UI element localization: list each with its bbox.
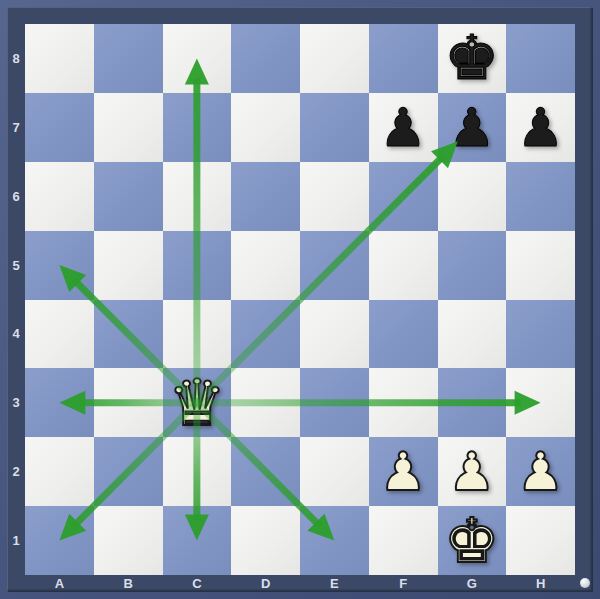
chess-diagram: ♚♟♟♟♛♟♟♟♚ 87654321 ABCDEFGH bbox=[0, 0, 600, 599]
square-d7[interactable] bbox=[231, 93, 300, 162]
square-c8[interactable] bbox=[163, 24, 232, 93]
square-e3[interactable] bbox=[300, 368, 369, 437]
square-c4[interactable] bbox=[163, 300, 232, 369]
square-a2[interactable] bbox=[25, 437, 94, 506]
file-labels: ABCDEFGH bbox=[25, 574, 575, 592]
white-queen-c3[interactable]: ♛ bbox=[163, 368, 232, 437]
square-e1[interactable] bbox=[300, 506, 369, 575]
square-b5[interactable] bbox=[94, 231, 163, 300]
file-label-h: H bbox=[506, 574, 575, 592]
square-a4[interactable] bbox=[25, 300, 94, 369]
square-e2[interactable] bbox=[300, 437, 369, 506]
square-b1[interactable] bbox=[94, 506, 163, 575]
square-h3[interactable] bbox=[506, 368, 575, 437]
black-pawn-g7[interactable]: ♟ bbox=[438, 93, 507, 162]
square-e8[interactable] bbox=[300, 24, 369, 93]
square-a7[interactable] bbox=[25, 93, 94, 162]
square-b2[interactable] bbox=[94, 437, 163, 506]
square-h4[interactable] bbox=[506, 300, 575, 369]
rank-label-4: 4 bbox=[7, 300, 25, 369]
square-c6[interactable] bbox=[163, 162, 232, 231]
square-f3[interactable] bbox=[369, 368, 438, 437]
file-label-b: B bbox=[94, 574, 163, 592]
square-h1[interactable] bbox=[506, 506, 575, 575]
square-d6[interactable] bbox=[231, 162, 300, 231]
square-h6[interactable] bbox=[506, 162, 575, 231]
square-e7[interactable] bbox=[300, 93, 369, 162]
square-b3[interactable] bbox=[94, 368, 163, 437]
rank-label-7: 7 bbox=[7, 93, 25, 162]
square-a1[interactable] bbox=[25, 506, 94, 575]
square-d8[interactable] bbox=[231, 24, 300, 93]
square-d3[interactable] bbox=[231, 368, 300, 437]
rank-label-2: 2 bbox=[7, 437, 25, 506]
square-f6[interactable] bbox=[369, 162, 438, 231]
rank-label-5: 5 bbox=[7, 231, 25, 300]
file-label-c: C bbox=[163, 574, 232, 592]
file-label-e: E bbox=[300, 574, 369, 592]
square-d1[interactable] bbox=[231, 506, 300, 575]
square-g4[interactable] bbox=[438, 300, 507, 369]
square-h8[interactable] bbox=[506, 24, 575, 93]
square-a6[interactable] bbox=[25, 162, 94, 231]
square-f5[interactable] bbox=[369, 231, 438, 300]
white-pawn-g2[interactable]: ♟ bbox=[438, 437, 507, 506]
square-b6[interactable] bbox=[94, 162, 163, 231]
white-pawn-f2[interactable]: ♟ bbox=[369, 437, 438, 506]
square-b4[interactable] bbox=[94, 300, 163, 369]
square-g3[interactable] bbox=[438, 368, 507, 437]
square-f1[interactable] bbox=[369, 506, 438, 575]
square-g5[interactable] bbox=[438, 231, 507, 300]
square-f8[interactable] bbox=[369, 24, 438, 93]
black-pawn-f7[interactable]: ♟ bbox=[369, 93, 438, 162]
black-king-g8[interactable]: ♚ bbox=[438, 24, 507, 93]
square-e4[interactable] bbox=[300, 300, 369, 369]
square-b7[interactable] bbox=[94, 93, 163, 162]
rank-labels: 87654321 bbox=[7, 24, 25, 575]
square-f4[interactable] bbox=[369, 300, 438, 369]
square-a5[interactable] bbox=[25, 231, 94, 300]
rank-label-3: 3 bbox=[7, 368, 25, 437]
square-c2[interactable] bbox=[163, 437, 232, 506]
rank-label-6: 6 bbox=[7, 162, 25, 231]
square-g6[interactable] bbox=[438, 162, 507, 231]
rank-label-8: 8 bbox=[7, 24, 25, 93]
square-d2[interactable] bbox=[231, 437, 300, 506]
square-c1[interactable] bbox=[163, 506, 232, 575]
square-c5[interactable] bbox=[163, 231, 232, 300]
rank-label-1: 1 bbox=[7, 506, 25, 575]
square-b8[interactable] bbox=[94, 24, 163, 93]
square-e6[interactable] bbox=[300, 162, 369, 231]
black-pawn-h7[interactable]: ♟ bbox=[506, 93, 575, 162]
square-d5[interactable] bbox=[231, 231, 300, 300]
file-label-a: A bbox=[25, 574, 94, 592]
white-pawn-h2[interactable]: ♟ bbox=[506, 437, 575, 506]
file-label-d: D bbox=[231, 574, 300, 592]
square-d4[interactable] bbox=[231, 300, 300, 369]
square-h5[interactable] bbox=[506, 231, 575, 300]
square-c7[interactable] bbox=[163, 93, 232, 162]
file-label-f: F bbox=[369, 574, 438, 592]
chess-board: ♚♟♟♟♛♟♟♟♚ bbox=[25, 24, 575, 575]
white-king-g1[interactable]: ♚ bbox=[438, 506, 507, 575]
corner-dot bbox=[580, 578, 590, 588]
square-a3[interactable] bbox=[25, 368, 94, 437]
file-label-g: G bbox=[438, 574, 507, 592]
square-e5[interactable] bbox=[300, 231, 369, 300]
square-a8[interactable] bbox=[25, 24, 94, 93]
